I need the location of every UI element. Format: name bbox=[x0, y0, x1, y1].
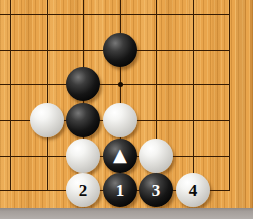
go-board[interactable]: ▲2134 bbox=[0, 0, 253, 208]
stone-black-p4 bbox=[66, 67, 100, 101]
grid-horizontal-line bbox=[0, 14, 230, 15]
stone-black-q2: ▲ bbox=[103, 139, 137, 173]
board-right-edge-shade bbox=[250, 0, 253, 208]
bottom-gray-bar bbox=[0, 208, 253, 219]
stone-black-p3 bbox=[66, 103, 100, 137]
wood-grain-band bbox=[236, 0, 246, 208]
stone-white-s1: 4 bbox=[176, 173, 210, 207]
stone-black-q1: 1 bbox=[103, 173, 137, 207]
move-number-2: 2 bbox=[79, 182, 88, 199]
stone-black-q5 bbox=[103, 33, 137, 67]
grid-vertical-line bbox=[193, 0, 194, 191]
move-number-4: 4 bbox=[189, 182, 198, 199]
grid-vertical-line bbox=[47, 0, 48, 191]
go-app-screenshot: ▲2134 bbox=[0, 0, 253, 219]
star-point-hoshi bbox=[118, 82, 123, 87]
stone-black-r1: 3 bbox=[139, 173, 173, 207]
stone-white-p1: 2 bbox=[66, 173, 100, 207]
stone-white-p2 bbox=[66, 139, 100, 173]
move-number-3: 3 bbox=[152, 182, 161, 199]
stone-white-r2 bbox=[139, 139, 173, 173]
stone-white-q3 bbox=[103, 103, 137, 137]
grid-vertical-line bbox=[10, 0, 11, 191]
grid-vertical-line bbox=[229, 0, 230, 191]
stone-white-o3 bbox=[30, 103, 64, 137]
move-number-1: 1 bbox=[116, 182, 125, 199]
triangle-mark: ▲ bbox=[113, 146, 127, 164]
grid-horizontal-line bbox=[0, 84, 230, 85]
